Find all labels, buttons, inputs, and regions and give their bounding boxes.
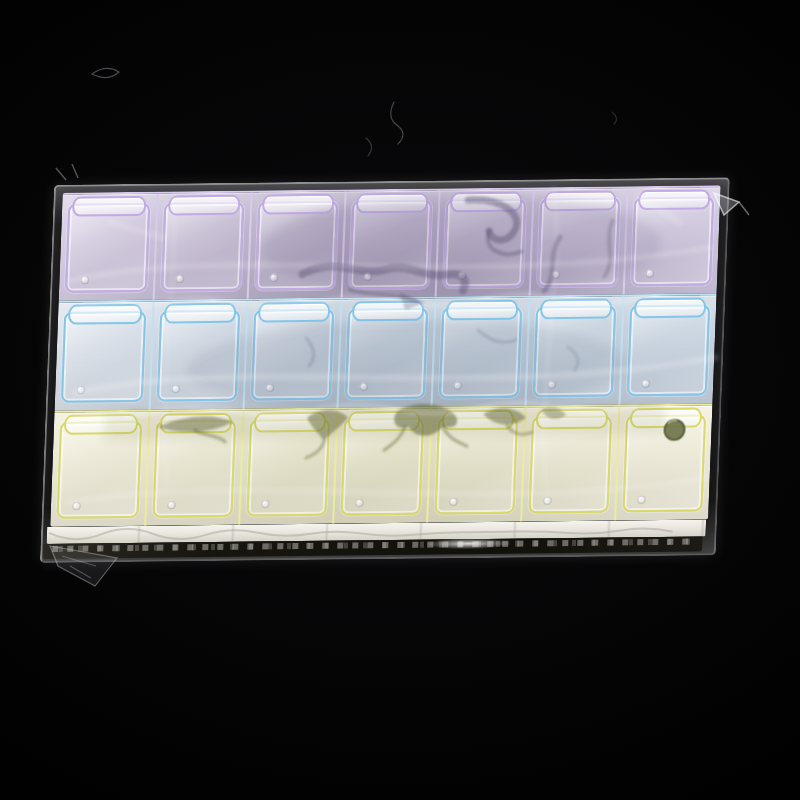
compartment-purple-6 [529, 188, 627, 295]
lid-hinge-tab [356, 193, 429, 214]
compartment-blue-5 [431, 298, 529, 407]
compartment-blue-3 [243, 300, 341, 409]
lid-hinge-tab [64, 414, 139, 435]
lid-hinge-tab [72, 196, 147, 217]
compartment-tray [50, 185, 721, 527]
lid-hinge-tab [630, 408, 703, 429]
compartment-lid [246, 419, 330, 517]
lid-hinge-tab [168, 195, 241, 216]
compartment-blue-6 [524, 296, 622, 405]
tray-row-yellow [50, 403, 712, 526]
compartment-lid [627, 304, 710, 396]
compartment-lid [439, 307, 522, 399]
compartment-yellow-7 [614, 405, 712, 520]
lid-hinge-tab [638, 189, 711, 210]
lid-hinge-tab [348, 411, 421, 432]
compartment-purple-5 [435, 189, 533, 296]
lid-hinge-tab [536, 409, 609, 430]
compartment-lid [61, 311, 146, 403]
compartment-lid [251, 309, 334, 401]
lid-hinge-tab [446, 300, 519, 321]
lid-hinge-tab [68, 304, 143, 325]
photo-scene [0, 0, 800, 800]
compartment-lid [56, 421, 142, 519]
compartment-purple-2 [153, 193, 251, 300]
compartment-yellow-4 [332, 409, 430, 524]
compartment-purple-4 [341, 190, 439, 297]
lid-hinge-tab [450, 192, 523, 213]
compartment-lid [340, 418, 424, 516]
compartment-blue-7 [618, 295, 716, 404]
compartment-yellow-2 [144, 411, 242, 526]
compartment-lid [157, 310, 240, 402]
tray-row-purple [59, 185, 721, 301]
compartment-yellow-6 [520, 407, 618, 522]
compartment-purple-7 [623, 187, 721, 294]
wrap-tail-top-left [56, 164, 78, 180]
compartment-lid [528, 416, 612, 514]
compartment-blue-2 [149, 301, 247, 410]
lid-hinge-tab [544, 190, 617, 211]
lid-hinge-tab [262, 194, 335, 215]
compartment-purple-1 [59, 194, 157, 301]
compartment-lid [345, 308, 428, 400]
compartment-blue-1 [55, 302, 153, 411]
compartment-lid [434, 417, 518, 515]
compartment-lid [622, 415, 706, 513]
base-edge-highlight [425, 538, 511, 550]
lid-hinge-tab [352, 301, 425, 322]
lid-hinge-tab [634, 298, 707, 319]
compartment-lid [533, 306, 616, 398]
compartment-yellow-3 [238, 410, 336, 525]
compartment-yellow-5 [426, 408, 524, 523]
lid-hinge-tab [160, 413, 233, 434]
lid-hinge-tab [442, 410, 515, 431]
compartment-lid [152, 420, 236, 518]
lid-hinge-tab [258, 302, 331, 323]
tray-row-blue [55, 293, 717, 411]
lid-hinge-tab [164, 303, 237, 324]
storage-box [40, 177, 730, 563]
lid-hinge-tab [254, 412, 327, 433]
lid-dimple [80, 276, 89, 285]
compartment-blue-4 [337, 299, 435, 408]
lid-dimple [71, 502, 80, 511]
lid-hinge-tab [540, 299, 613, 320]
compartment-yellow-1 [50, 412, 148, 527]
compartment-purple-3 [247, 192, 345, 299]
